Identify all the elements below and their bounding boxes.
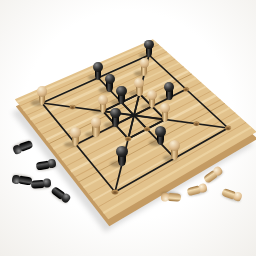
black-peg-g7[interactable] bbox=[144, 40, 153, 60]
peg-head bbox=[110, 108, 121, 119]
white-peg-f6[interactable] bbox=[140, 58, 150, 78]
empty-point-hole-f2[interactable] bbox=[194, 122, 200, 126]
white-peg-e5[interactable] bbox=[134, 78, 144, 99]
peg-head bbox=[116, 146, 127, 157]
peg-head bbox=[155, 126, 166, 137]
peg-head bbox=[134, 78, 144, 88]
black-peg-f4[interactable] bbox=[164, 82, 174, 103]
peg-head bbox=[93, 62, 103, 72]
peg-head bbox=[147, 90, 157, 100]
white-peg-a4[interactable] bbox=[70, 127, 81, 150]
peg-head bbox=[105, 74, 115, 84]
peg-head bbox=[70, 127, 81, 138]
empty-point-hole-g1[interactable] bbox=[225, 126, 231, 130]
peg-head bbox=[140, 58, 150, 68]
peg-head bbox=[91, 117, 102, 128]
black-peg-c4[interactable] bbox=[110, 108, 121, 130]
black-peg-d2[interactable] bbox=[155, 126, 166, 149]
black-peg-d7[interactable] bbox=[93, 62, 103, 83]
peg-head bbox=[144, 40, 153, 49]
empty-point-hole-g4[interactable] bbox=[183, 87, 189, 91]
black-peg-d6[interactable] bbox=[105, 74, 115, 95]
peg-head bbox=[160, 103, 171, 114]
empty-point-hole-b6[interactable] bbox=[70, 105, 76, 109]
peg-body bbox=[168, 193, 182, 202]
white-peg-e3[interactable] bbox=[160, 103, 171, 125]
peg-head bbox=[47, 158, 57, 168]
white-peg-d1[interactable] bbox=[169, 140, 180, 164]
morris-board-product-photo bbox=[0, 0, 256, 256]
white-peg-e4[interactable] bbox=[147, 90, 157, 112]
white-peg-c5[interactable] bbox=[98, 95, 109, 117]
peg-head bbox=[116, 86, 126, 96]
peg-head bbox=[42, 178, 51, 187]
peg-head bbox=[164, 82, 174, 92]
empty-point-hole-a1[interactable] bbox=[112, 190, 119, 195]
loose-white-peg-3[interactable] bbox=[161, 192, 182, 203]
empty-point-hole-d3[interactable] bbox=[144, 127, 150, 131]
black-peg-b2[interactable] bbox=[116, 146, 127, 170]
empty-point-hole-c3[interactable] bbox=[125, 137, 131, 141]
game-board bbox=[0, 0, 256, 256]
peg-head bbox=[169, 140, 180, 151]
peg-head bbox=[98, 95, 109, 106]
loose-black-peg-4[interactable] bbox=[31, 178, 52, 188]
white-peg-a7[interactable] bbox=[37, 86, 47, 108]
black-peg-d5[interactable] bbox=[116, 86, 126, 108]
white-peg-b4[interactable] bbox=[91, 117, 102, 140]
peg-head bbox=[37, 86, 47, 96]
